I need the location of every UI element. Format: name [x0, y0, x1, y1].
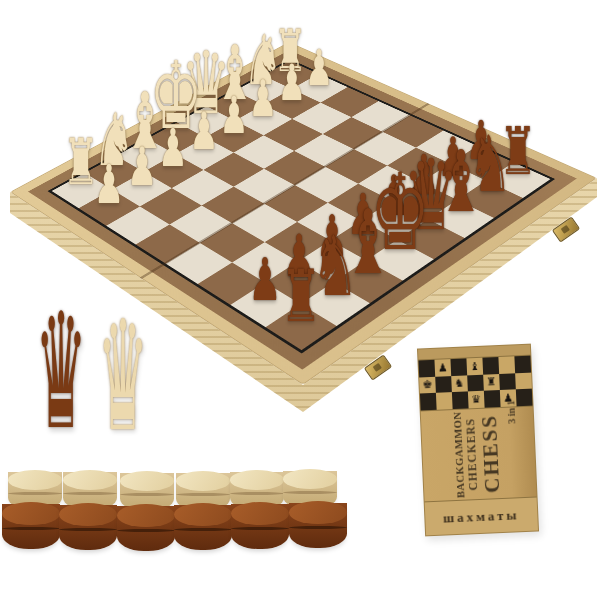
checker-stack-dark [174, 505, 232, 550]
product-photo-stage: ♜♞♝♛♚♝♞♜♟♟♟♟♟♟♟♟♟♟♟♟♟♟♟♟♜♞♝♛♚♝♞♜ ♛ ♛ ♟♝♚… [0, 0, 600, 600]
box-art-square [498, 356, 515, 373]
checker-stack-dark [59, 505, 117, 550]
brass-latch-icon [552, 216, 580, 242]
checker-stack-dark [289, 503, 347, 548]
box-art-piece-icon: ♜ [483, 374, 500, 391]
box-art-square [482, 357, 499, 374]
box-art-piece-icon: ♞ [451, 375, 468, 392]
box-bottom-panel: шахматы [425, 497, 538, 536]
box-art-square [420, 393, 437, 410]
box-front-panel: BACKGAMMON CHECKERS CHESS 3 in 1 [421, 407, 537, 502]
spare-queen-light: ♛ [98, 300, 148, 452]
box-title-chess: CHESS [477, 405, 506, 502]
box-art-square [418, 360, 435, 377]
box-rotated-text: BACKGAMMON CHECKERS CHESS 3 in 1 [452, 405, 506, 503]
box-art-piece-icon: ♝ [466, 358, 483, 375]
product-box: ♟♝♚♞♜♛♟ BACKGAMMON CHECKERS CHESS 3 in 1… [417, 344, 539, 537]
box-art-square [435, 376, 452, 393]
box-art-square [436, 392, 453, 409]
checker-stack-dark [2, 504, 60, 549]
box-art-piece-icon: ♚ [419, 376, 436, 393]
box-art-square [467, 374, 484, 391]
box-art-square [515, 372, 532, 389]
box-badge-3in1: 3 in 1 [505, 400, 517, 424]
box-bottom-label: шахматы [443, 507, 520, 526]
spare-queen-dark: ♛ [35, 293, 87, 453]
box-art-square [514, 356, 531, 373]
box-art-square [516, 389, 533, 406]
box-art-piece-icon: ♟ [434, 359, 451, 376]
checker-stack-dark [231, 504, 289, 549]
brass-latch-icon [364, 354, 392, 380]
box-art-square [450, 358, 467, 375]
box-art-square [499, 373, 516, 390]
checker-stack-dark [117, 506, 175, 551]
